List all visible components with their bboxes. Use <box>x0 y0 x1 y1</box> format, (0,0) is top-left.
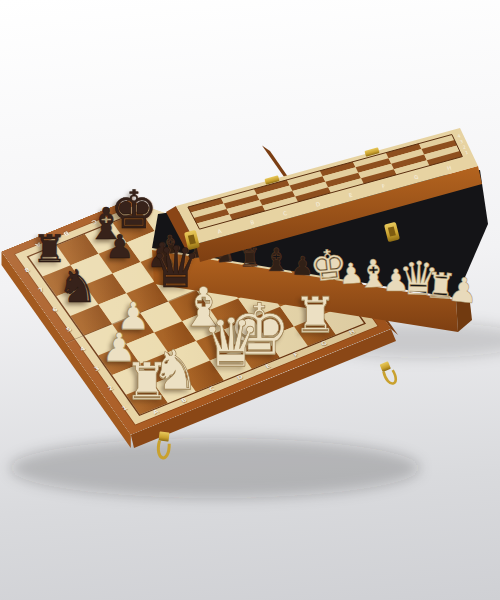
white-rook-a1[interactable]: ♜ <box>124 357 170 408</box>
product-photo-chess-set: { "game": "chess", "position": { "fen": … <box>0 0 500 600</box>
pieces-layer: ♜♝♚♟♞♟♛♜♞♛♚♜♝♟♟ <box>0 0 500 600</box>
white-rook-g1[interactable]: ♜ <box>294 290 338 339</box>
black-pawn-c7[interactable]: ♟ <box>105 231 134 264</box>
black-knight-a6[interactable]: ♞ <box>57 263 98 308</box>
white-queen-d1[interactable]: ♛ <box>201 310 261 377</box>
